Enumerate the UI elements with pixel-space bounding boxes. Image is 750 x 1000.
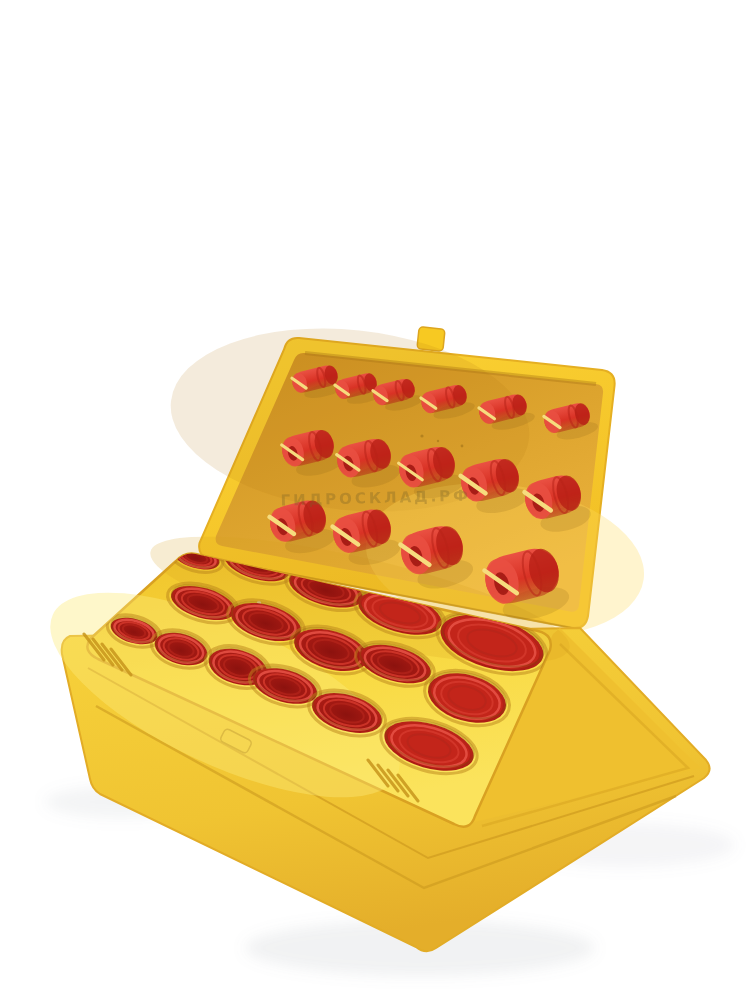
product-photo-oring-kit: ГИДРОСКЛАД.РФ <box>0 0 750 1000</box>
scene-canvas: ГИДРОСКЛАД.РФ <box>0 0 750 1000</box>
